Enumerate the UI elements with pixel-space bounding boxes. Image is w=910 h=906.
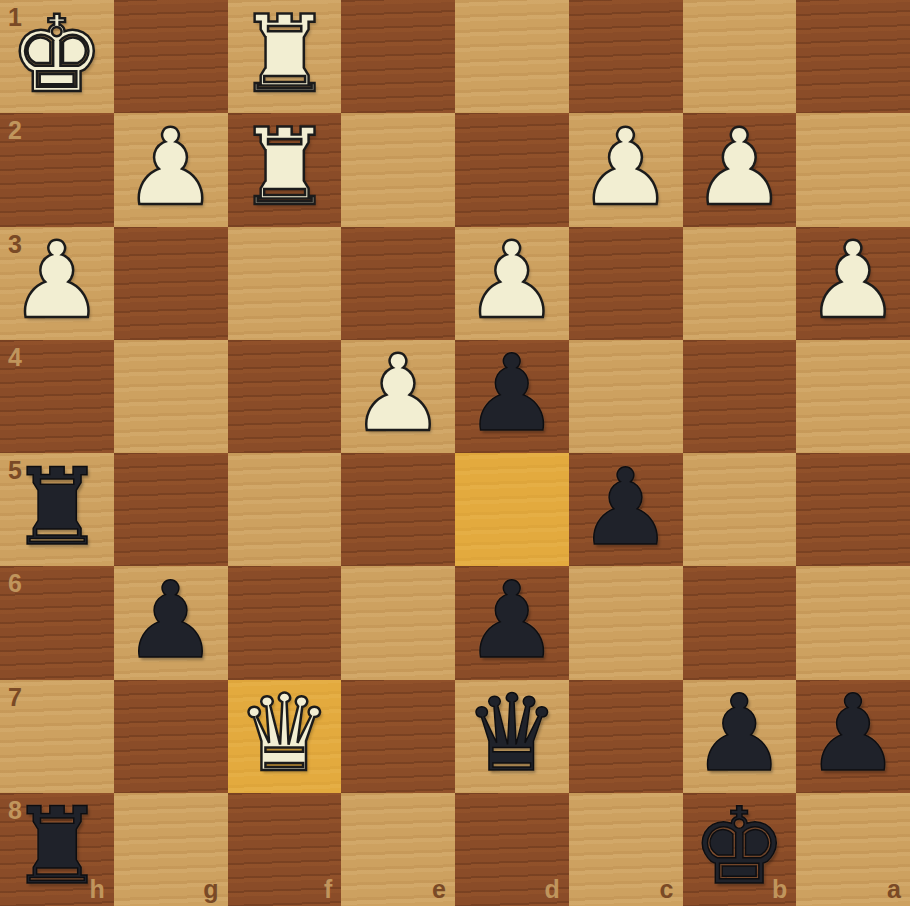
square-f5[interactable] bbox=[228, 453, 342, 566]
file-label-g: g bbox=[203, 877, 218, 902]
square-a4[interactable] bbox=[796, 340, 910, 453]
square-g5[interactable] bbox=[114, 453, 228, 566]
white-pawn[interactable]: ♟ bbox=[9, 228, 104, 334]
square-b3[interactable] bbox=[683, 227, 797, 340]
square-g4[interactable] bbox=[114, 340, 228, 453]
square-g8[interactable]: g bbox=[114, 793, 228, 906]
square-g3[interactable] bbox=[114, 227, 228, 340]
white-pawn[interactable]: ♟ bbox=[692, 115, 787, 221]
square-f6[interactable] bbox=[228, 566, 342, 679]
square-c8[interactable]: c bbox=[569, 793, 683, 906]
square-d3[interactable]: ♟ bbox=[455, 227, 569, 340]
square-a1[interactable] bbox=[796, 0, 910, 113]
square-a5[interactable] bbox=[796, 453, 910, 566]
square-a3[interactable]: ♟ bbox=[796, 227, 910, 340]
square-d2[interactable] bbox=[455, 113, 569, 226]
black-pawn[interactable]: ♟ bbox=[806, 681, 901, 787]
square-e8[interactable]: e bbox=[341, 793, 455, 906]
square-h2[interactable]: 2 bbox=[0, 113, 114, 226]
square-h6[interactable]: 6 bbox=[0, 566, 114, 679]
white-pawn[interactable]: ♟ bbox=[464, 228, 559, 334]
square-c5[interactable]: ♟ bbox=[569, 453, 683, 566]
file-label-e: e bbox=[432, 877, 446, 902]
black-pawn[interactable]: ♟ bbox=[464, 568, 559, 674]
square-h5[interactable]: 5♜ bbox=[0, 453, 114, 566]
square-a2[interactable] bbox=[796, 113, 910, 226]
square-b1[interactable] bbox=[683, 0, 797, 113]
square-e2[interactable] bbox=[341, 113, 455, 226]
black-pawn[interactable]: ♟ bbox=[692, 681, 787, 787]
rank-label-2: 2 bbox=[8, 118, 22, 143]
file-label-c: c bbox=[660, 877, 674, 902]
square-d7[interactable]: ♛ bbox=[455, 680, 569, 793]
square-g7[interactable] bbox=[114, 680, 228, 793]
square-e7[interactable] bbox=[341, 680, 455, 793]
square-b8[interactable]: b♚ bbox=[683, 793, 797, 906]
square-f4[interactable] bbox=[228, 340, 342, 453]
file-label-a: a bbox=[887, 877, 901, 902]
white-pawn[interactable]: ♟ bbox=[351, 341, 446, 447]
square-f7[interactable]: ♛ bbox=[228, 680, 342, 793]
square-f2[interactable]: ♜ bbox=[228, 113, 342, 226]
square-a6[interactable] bbox=[796, 566, 910, 679]
black-queen[interactable]: ♛ bbox=[464, 681, 559, 787]
square-c6[interactable] bbox=[569, 566, 683, 679]
black-pawn[interactable]: ♟ bbox=[578, 455, 673, 561]
chess-board: 1♚♜2♟♜♟♟3♟♟♟4♟♟5♜♟6♟♟7♛♛♟♟8h♜gfedcb♚a bbox=[0, 0, 910, 906]
square-g6[interactable]: ♟ bbox=[114, 566, 228, 679]
square-g1[interactable] bbox=[114, 0, 228, 113]
square-b7[interactable]: ♟ bbox=[683, 680, 797, 793]
square-d5[interactable] bbox=[455, 453, 569, 566]
square-g2[interactable]: ♟ bbox=[114, 113, 228, 226]
white-rook[interactable]: ♜ bbox=[237, 2, 332, 108]
square-b4[interactable] bbox=[683, 340, 797, 453]
rank-label-6: 6 bbox=[8, 571, 22, 596]
square-e5[interactable] bbox=[341, 453, 455, 566]
black-rook[interactable]: ♜ bbox=[9, 794, 104, 900]
square-f8[interactable]: f bbox=[228, 793, 342, 906]
square-b5[interactable] bbox=[683, 453, 797, 566]
square-a8[interactable]: a bbox=[796, 793, 910, 906]
white-rook[interactable]: ♜ bbox=[237, 115, 332, 221]
rank-label-7: 7 bbox=[8, 685, 22, 710]
square-h1[interactable]: 1♚ bbox=[0, 0, 114, 113]
white-pawn[interactable]: ♟ bbox=[806, 228, 901, 334]
square-e6[interactable] bbox=[341, 566, 455, 679]
square-c1[interactable] bbox=[569, 0, 683, 113]
black-rook[interactable]: ♜ bbox=[9, 455, 104, 561]
square-f3[interactable] bbox=[228, 227, 342, 340]
square-b6[interactable] bbox=[683, 566, 797, 679]
file-label-f: f bbox=[324, 877, 332, 902]
rank-label-4: 4 bbox=[8, 345, 22, 370]
square-e1[interactable] bbox=[341, 0, 455, 113]
square-e4[interactable]: ♟ bbox=[341, 340, 455, 453]
black-pawn[interactable]: ♟ bbox=[123, 568, 218, 674]
black-king[interactable]: ♚ bbox=[692, 794, 787, 900]
square-c7[interactable] bbox=[569, 680, 683, 793]
square-h8[interactable]: 8h♜ bbox=[0, 793, 114, 906]
square-d8[interactable]: d bbox=[455, 793, 569, 906]
square-f1[interactable]: ♜ bbox=[228, 0, 342, 113]
square-h3[interactable]: 3♟ bbox=[0, 227, 114, 340]
square-h7[interactable]: 7 bbox=[0, 680, 114, 793]
square-h4[interactable]: 4 bbox=[0, 340, 114, 453]
square-b2[interactable]: ♟ bbox=[683, 113, 797, 226]
square-c3[interactable] bbox=[569, 227, 683, 340]
square-c2[interactable]: ♟ bbox=[569, 113, 683, 226]
square-c4[interactable] bbox=[569, 340, 683, 453]
square-d1[interactable] bbox=[455, 0, 569, 113]
square-a7[interactable]: ♟ bbox=[796, 680, 910, 793]
square-e3[interactable] bbox=[341, 227, 455, 340]
square-d6[interactable]: ♟ bbox=[455, 566, 569, 679]
white-king[interactable]: ♚ bbox=[9, 2, 104, 108]
white-pawn[interactable]: ♟ bbox=[578, 115, 673, 221]
white-pawn[interactable]: ♟ bbox=[123, 115, 218, 221]
file-label-d: d bbox=[544, 877, 559, 902]
white-queen[interactable]: ♛ bbox=[237, 681, 332, 787]
square-d4[interactable]: ♟ bbox=[455, 340, 569, 453]
black-pawn[interactable]: ♟ bbox=[464, 341, 559, 447]
